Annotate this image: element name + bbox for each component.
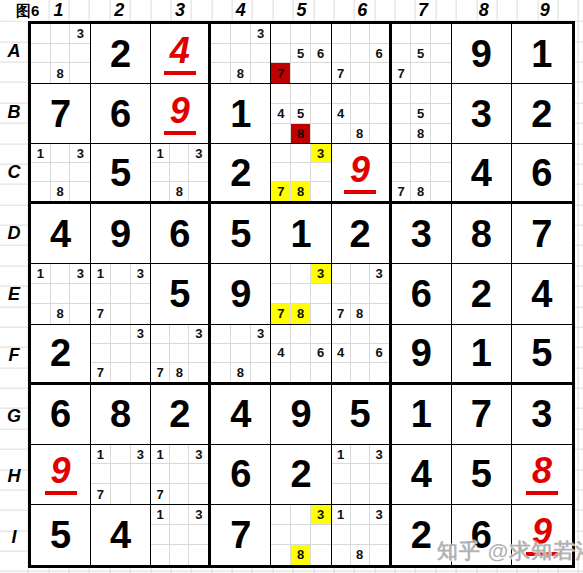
row-header-G: G: [0, 386, 28, 447]
empty-subcell: [332, 484, 351, 504]
empty-subcell: [151, 182, 170, 201]
candidate-3: 3: [251, 24, 271, 44]
empty-subcell: [332, 545, 351, 565]
candidate-3: 3: [311, 144, 331, 163]
candidate-1: 1: [91, 264, 111, 284]
given-digit: 3: [531, 395, 552, 433]
cell-B2[interactable]: 6: [91, 84, 151, 144]
col-header-4: 4: [210, 0, 271, 21]
empty-subcell: [291, 525, 311, 545]
empty-subcell: [291, 344, 311, 363]
cell-C8[interactable]: 4: [452, 144, 512, 204]
empty-subcell: [131, 464, 151, 484]
cell-A9[interactable]: 1: [512, 24, 572, 84]
given-digit: 1: [290, 215, 311, 253]
empty-subcell: [271, 24, 291, 44]
empty-subcell: [370, 124, 389, 144]
candidate-7: 7: [91, 304, 111, 324]
cell-C2[interactable]: 5: [91, 144, 151, 204]
column-headers: 123456789: [28, 0, 575, 21]
candidate-7: 7: [332, 304, 351, 324]
candidate-1: 1: [151, 144, 170, 163]
given-digit: 9: [290, 395, 311, 433]
cell-H5[interactable]: 2: [271, 445, 331, 505]
cell-H1[interactable]: 9: [31, 445, 91, 505]
candidate-3: 3: [370, 505, 389, 525]
empty-subcell: [91, 325, 111, 344]
given-digit: 2: [50, 334, 71, 372]
empty-subcell: [111, 363, 131, 382]
cell-H9[interactable]: 8: [512, 445, 572, 505]
empty-subcell: [31, 44, 51, 64]
cell-I5[interactable]: 38: [271, 505, 331, 565]
empty-subcell: [211, 24, 231, 44]
cell-A1[interactable]: 38: [31, 24, 91, 84]
empty-subcell: [31, 304, 51, 324]
cell-A3[interactable]: 4: [151, 24, 211, 84]
empty-subcell: [271, 163, 291, 182]
empty-subcell: [291, 325, 311, 344]
empty-subcell: [351, 284, 370, 304]
given-digit: 6: [411, 275, 432, 313]
empty-subcell: [370, 304, 389, 324]
cell-B9[interactable]: 2: [512, 84, 572, 144]
cell-G8[interactable]: 7: [452, 385, 512, 445]
solved-digit-red: 9: [344, 152, 376, 194]
given-digit: 2: [350, 215, 371, 253]
empty-subcell: [332, 124, 351, 144]
cell-D8[interactable]: 8: [452, 204, 512, 264]
empty-subcell: [211, 63, 231, 83]
given-digit: 2: [230, 154, 251, 192]
empty-subcell: [311, 525, 331, 545]
cell-B3[interactable]: 9: [151, 84, 211, 144]
empty-subcell: [271, 363, 291, 382]
cell-H4[interactable]: 6: [211, 445, 271, 505]
cell-I2[interactable]: 4: [91, 505, 151, 565]
empty-subcell: [351, 505, 370, 525]
given-digit: 6: [110, 95, 131, 133]
given-digit: 6: [50, 395, 71, 433]
cell-H2[interactable]: 137: [91, 445, 151, 505]
given-digit: 9: [230, 275, 251, 313]
empty-subcell: [211, 344, 231, 363]
cell-C7[interactable]: 78: [392, 144, 452, 204]
empty-subcell: [189, 182, 208, 201]
empty-subcell: [170, 344, 189, 363]
cell-D7[interactable]: 3: [392, 204, 452, 264]
empty-subcell: [351, 484, 370, 504]
candidate-8: 8: [51, 304, 71, 324]
col-header-2: 2: [89, 0, 150, 21]
cell-E6[interactable]: 378: [332, 264, 392, 324]
empty-subcell: [311, 545, 331, 565]
cell-B7[interactable]: 58: [392, 84, 452, 144]
empty-subcell: [370, 484, 389, 504]
empty-subcell: [91, 284, 111, 304]
cell-G6[interactable]: 5: [332, 385, 392, 445]
cell-C1[interactable]: 138: [31, 144, 91, 204]
empty-subcell: [311, 182, 331, 201]
cell-F3[interactable]: 378: [151, 325, 211, 385]
cell-H6[interactable]: 13: [332, 445, 392, 505]
candidate-7: 7: [271, 182, 291, 201]
empty-subcell: [332, 363, 351, 382]
candidate-6: 6: [370, 44, 389, 64]
empty-subcell: [291, 144, 311, 163]
cell-H3[interactable]: 137: [151, 445, 211, 505]
empty-subcell: [351, 325, 370, 344]
cell-F6[interactable]: 46: [332, 325, 392, 385]
given-digit: 1: [471, 334, 492, 372]
candidate-1: 1: [332, 505, 351, 525]
cell-H8[interactable]: 5: [452, 445, 512, 505]
empty-subcell: [111, 264, 131, 284]
candidate-8: 8: [411, 182, 431, 201]
empty-subcell: [431, 182, 451, 201]
cell-F5[interactable]: 46: [271, 325, 331, 385]
candidate-7: 7: [332, 63, 351, 83]
empty-subcell: [332, 464, 351, 484]
given-digit: 5: [230, 215, 251, 253]
given-digit: 5: [110, 154, 131, 192]
given-digit: 3: [411, 215, 432, 253]
given-digit: 7: [50, 95, 71, 133]
empty-subcell: [211, 44, 231, 64]
empty-subcell: [370, 24, 389, 44]
empty-subcell: [311, 84, 331, 104]
candidate-1: 1: [151, 505, 170, 525]
empty-subcell: [211, 363, 231, 382]
empty-subcell: [311, 363, 331, 382]
col-header-7: 7: [393, 0, 454, 21]
candidate-3: 3: [131, 445, 151, 465]
empty-subcell: [271, 505, 291, 525]
candidate-8: 8: [291, 124, 311, 144]
empty-subcell: [70, 163, 90, 182]
cell-B5[interactable]: 458: [271, 84, 331, 144]
solved-digit-red: 4: [164, 33, 196, 75]
solved-digit-red: 8: [526, 453, 558, 495]
cell-H7[interactable]: 4: [392, 445, 452, 505]
cell-C3[interactable]: 138: [151, 144, 211, 204]
empty-subcell: [271, 325, 291, 344]
cell-A6[interactable]: 67: [332, 24, 392, 84]
cell-D3[interactable]: 6: [151, 204, 211, 264]
empty-subcell: [131, 304, 151, 324]
figure-label: 图6: [15, 2, 40, 21]
empty-subcell: [271, 84, 291, 104]
candidate-3: 3: [370, 264, 389, 284]
cell-F4[interactable]: 38: [211, 325, 271, 385]
empty-subcell: [351, 445, 370, 465]
cell-E8[interactable]: 2: [452, 264, 512, 324]
empty-subcell: [231, 24, 251, 44]
empty-subcell: [311, 104, 331, 124]
empty-subcell: [431, 44, 451, 64]
row-header-F: F: [0, 325, 28, 386]
cell-G4[interactable]: 4: [211, 385, 271, 445]
candidate-1: 1: [31, 144, 51, 163]
empty-subcell: [370, 104, 389, 124]
empty-subcell: [31, 24, 51, 44]
cell-A4[interactable]: 38: [211, 24, 271, 84]
empty-subcell: [131, 484, 151, 504]
empty-subcell: [351, 525, 370, 545]
cell-C9[interactable]: 6: [512, 144, 572, 204]
empty-subcell: [271, 284, 291, 304]
given-digit: 9: [411, 334, 432, 372]
empty-subcell: [291, 284, 311, 304]
empty-subcell: [31, 163, 51, 182]
candidate-5: 5: [291, 104, 311, 124]
empty-subcell: [431, 163, 451, 182]
empty-subcell: [189, 545, 208, 565]
row-header-B: B: [0, 82, 28, 143]
cell-F8[interactable]: 1: [452, 325, 512, 385]
given-digit: 2: [411, 516, 432, 554]
empty-subcell: [51, 44, 71, 64]
cell-C4[interactable]: 2: [211, 144, 271, 204]
candidate-8: 8: [351, 304, 370, 324]
empty-subcell: [271, 545, 291, 565]
empty-subcell: [189, 363, 208, 382]
empty-subcell: [251, 44, 271, 64]
empty-subcell: [170, 545, 189, 565]
cell-A5[interactable]: 567: [271, 24, 331, 84]
empty-subcell: [131, 344, 151, 363]
empty-subcell: [311, 124, 331, 144]
cell-D5[interactable]: 1: [271, 204, 331, 264]
cell-G2[interactable]: 8: [91, 385, 151, 445]
empty-subcell: [189, 464, 208, 484]
empty-subcell: [311, 63, 331, 83]
empty-subcell: [271, 144, 291, 163]
candidate-8: 8: [51, 182, 71, 201]
empty-subcell: [351, 44, 370, 64]
empty-subcell: [392, 163, 412, 182]
empty-subcell: [189, 344, 208, 363]
empty-subcell: [31, 182, 51, 201]
given-digit: 6: [531, 154, 552, 192]
empty-subcell: [251, 63, 271, 83]
given-digit: 4: [471, 154, 492, 192]
cell-E3[interactable]: 5: [151, 264, 211, 324]
row-header-A: A: [0, 21, 28, 82]
candidate-1: 1: [332, 445, 351, 465]
empty-subcell: [411, 144, 431, 163]
empty-subcell: [351, 104, 370, 124]
empty-subcell: [332, 284, 351, 304]
empty-subcell: [411, 24, 431, 44]
empty-subcell: [251, 363, 271, 382]
col-header-5: 5: [271, 0, 332, 21]
given-digit: 2: [531, 95, 552, 133]
cell-C5[interactable]: 378: [271, 144, 331, 204]
cell-B1[interactable]: 7: [31, 84, 91, 144]
empty-subcell: [51, 163, 71, 182]
candidate-8: 8: [291, 182, 311, 201]
cell-G9[interactable]: 3: [512, 385, 572, 445]
candidate-3: 3: [70, 144, 90, 163]
empty-subcell: [311, 24, 331, 44]
empty-subcell: [370, 363, 389, 382]
empty-subcell: [51, 24, 71, 44]
cell-A8[interactable]: 9: [452, 24, 512, 84]
col-header-8: 8: [453, 0, 514, 21]
cell-E1[interactable]: 138: [31, 264, 91, 324]
candidate-7: 7: [271, 304, 291, 324]
empty-subcell: [332, 84, 351, 104]
cell-I3[interactable]: 13: [151, 505, 211, 565]
cell-F7[interactable]: 9: [392, 325, 452, 385]
given-digit: 5: [471, 455, 492, 493]
candidate-8: 8: [170, 363, 189, 382]
empty-subcell: [411, 63, 431, 83]
candidate-7: 7: [392, 63, 412, 83]
cell-I6[interactable]: 138: [332, 505, 392, 565]
cell-I4[interactable]: 7: [211, 505, 271, 565]
row-header-H: H: [0, 446, 28, 507]
cell-E5[interactable]: 378: [271, 264, 331, 324]
cell-E9[interactable]: 4: [512, 264, 572, 324]
given-digit: 5: [350, 395, 371, 433]
empty-subcell: [351, 264, 370, 284]
cell-G1[interactable]: 6: [31, 385, 91, 445]
empty-subcell: [231, 344, 251, 363]
given-digit: 4: [50, 215, 71, 253]
given-digit: 2: [169, 395, 190, 433]
empty-subcell: [370, 84, 389, 104]
cell-E4[interactable]: 9: [211, 264, 271, 324]
candidate-7: 7: [392, 182, 412, 201]
empty-subcell: [431, 63, 451, 83]
empty-subcell: [31, 284, 51, 304]
given-digit: 9: [471, 35, 492, 73]
empty-subcell: [170, 505, 189, 525]
col-header-9: 9: [514, 0, 575, 21]
empty-subcell: [431, 104, 451, 124]
candidate-3: 3: [311, 505, 331, 525]
empty-subcell: [392, 124, 412, 144]
empty-subcell: [351, 464, 370, 484]
candidate-8: 8: [231, 363, 251, 382]
cell-A7[interactable]: 57: [392, 24, 452, 84]
empty-subcell: [370, 325, 389, 344]
cell-B6[interactable]: 48: [332, 84, 392, 144]
empty-subcell: [70, 63, 90, 83]
cell-B4[interactable]: 1: [211, 84, 271, 144]
given-digit: 5: [169, 275, 190, 313]
candidate-8: 8: [51, 63, 71, 83]
cell-E2[interactable]: 137: [91, 264, 151, 324]
empty-subcell: [151, 525, 170, 545]
empty-subcell: [231, 325, 251, 344]
empty-subcell: [332, 325, 351, 344]
cell-A2[interactable]: 2: [91, 24, 151, 84]
cell-I1[interactable]: 5: [31, 505, 91, 565]
candidate-3: 3: [251, 325, 271, 344]
candidate-4: 4: [332, 104, 351, 124]
empty-subcell: [170, 144, 189, 163]
empty-subcell: [351, 63, 370, 83]
cell-F2[interactable]: 37: [91, 325, 151, 385]
empty-subcell: [151, 545, 170, 565]
candidate-7: 7: [151, 363, 170, 382]
given-digit: 6: [230, 455, 251, 493]
empty-subcell: [70, 182, 90, 201]
candidate-7: 7: [151, 484, 170, 504]
cell-D9[interactable]: 7: [512, 204, 572, 264]
candidate-3: 3: [70, 24, 90, 44]
empty-subcell: [291, 63, 311, 83]
candidate-8: 8: [291, 545, 311, 565]
cell-F1[interactable]: 2: [31, 325, 91, 385]
cell-G3[interactable]: 2: [151, 385, 211, 445]
cell-D6[interactable]: 2: [332, 204, 392, 264]
cell-E7[interactable]: 6: [392, 264, 452, 324]
empty-subcell: [392, 144, 412, 163]
empty-subcell: [370, 464, 389, 484]
given-digit: 8: [471, 215, 492, 253]
given-digit: 4: [411, 455, 432, 493]
empty-subcell: [431, 124, 451, 144]
empty-subcell: [291, 264, 311, 284]
candidate-3: 3: [189, 505, 208, 525]
cell-D1[interactable]: 4: [31, 204, 91, 264]
empty-subcell: [291, 505, 311, 525]
cell-D4[interactable]: 5: [211, 204, 271, 264]
empty-subcell: [111, 344, 131, 363]
candidate-1: 1: [91, 445, 111, 465]
candidate-3: 3: [131, 264, 151, 284]
empty-subcell: [431, 144, 451, 163]
candidate-1: 1: [151, 445, 170, 465]
empty-subcell: [211, 325, 231, 344]
candidate-8: 8: [291, 304, 311, 324]
given-digit: 8: [110, 395, 131, 433]
cell-D2[interactable]: 9: [91, 204, 151, 264]
cell-F9[interactable]: 5: [512, 325, 572, 385]
sudoku-board: 3824385676757917691458485832138513823789…: [28, 21, 575, 568]
row-header-C: C: [0, 143, 28, 204]
candidate-5: 5: [291, 44, 311, 64]
empty-subcell: [170, 525, 189, 545]
empty-subcell: [411, 84, 431, 104]
empty-subcell: [392, 84, 412, 104]
cell-G7[interactable]: 1: [392, 385, 452, 445]
cell-C6[interactable]: 9: [332, 144, 392, 204]
given-digit: 9: [110, 215, 131, 253]
empty-subcell: [271, 525, 291, 545]
candidate-3: 3: [311, 264, 331, 284]
row-header-D: D: [0, 203, 28, 264]
cell-B8[interactable]: 3: [452, 84, 512, 144]
empty-subcell: [51, 264, 71, 284]
given-digit: 2: [471, 275, 492, 313]
empty-subcell: [70, 44, 90, 64]
given-digit: 5: [50, 516, 71, 554]
candidate-3: 3: [370, 445, 389, 465]
empty-subcell: [291, 163, 311, 182]
empty-subcell: [271, 264, 291, 284]
empty-subcell: [392, 44, 412, 64]
candidate-8: 8: [231, 63, 251, 83]
empty-subcell: [311, 163, 331, 182]
row-header-E: E: [0, 264, 28, 325]
empty-subcell: [111, 284, 131, 304]
cell-G5[interactable]: 9: [271, 385, 331, 445]
